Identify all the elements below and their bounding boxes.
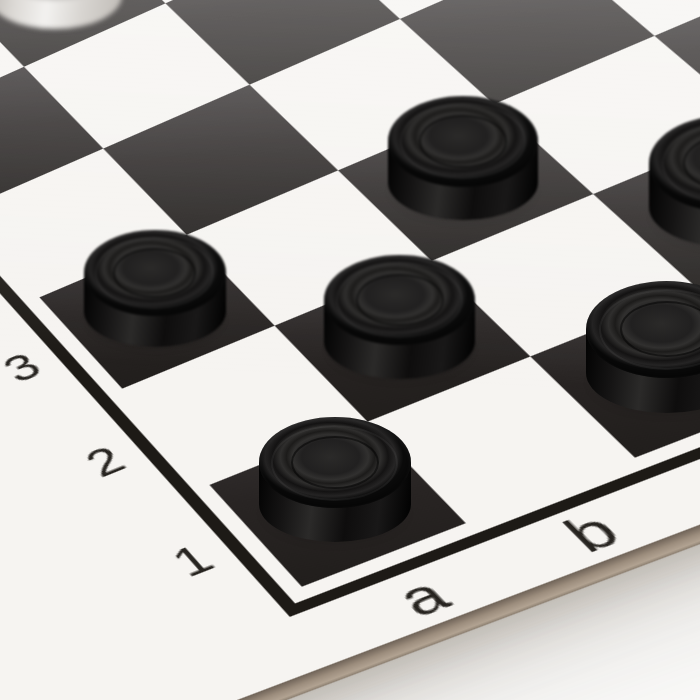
checker-inner-ring	[291, 436, 379, 489]
checker-black-b2[interactable]	[324, 255, 475, 379]
checker-top	[388, 96, 539, 186]
checker-black-d2[interactable]	[649, 115, 700, 247]
checker-top	[259, 417, 410, 508]
checker-top	[84, 230, 226, 315]
checker-black-a1[interactable]	[259, 417, 410, 541]
checker-inner-ring	[356, 274, 444, 327]
checker-inner-ring	[419, 115, 506, 167]
checker-inner-ring	[113, 248, 195, 297]
checker-black-c3[interactable]	[388, 96, 539, 220]
checker-white-b6[interactable]	[0, 0, 122, 29]
checker-black-a3[interactable]	[84, 230, 226, 347]
photo-stage: ab123	[0, 0, 700, 700]
checker-side	[0, 0, 122, 29]
checker-black-c1[interactable]	[586, 281, 700, 413]
checker-top	[324, 255, 475, 346]
